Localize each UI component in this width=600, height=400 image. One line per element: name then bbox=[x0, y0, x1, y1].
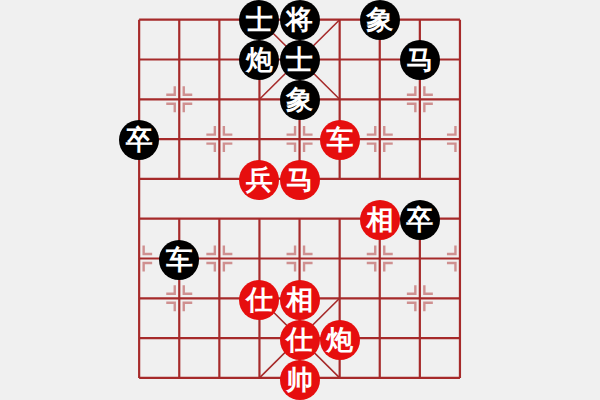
piece-red-general[interactable]: 帅 bbox=[280, 360, 320, 400]
piece-black-soldier[interactable]: 卒 bbox=[400, 200, 440, 240]
piece-red-elephant[interactable]: 相 bbox=[280, 280, 320, 320]
piece-red-chariot[interactable]: 车 bbox=[320, 120, 360, 160]
piece-black-soldier[interactable]: 卒 bbox=[119, 120, 159, 160]
piece-red-advisor[interactable]: 仕 bbox=[280, 320, 320, 360]
piece-black-advisor[interactable]: 士 bbox=[280, 40, 320, 80]
piece-red-advisor[interactable]: 仕 bbox=[239, 280, 279, 320]
piece-black-cannon[interactable]: 炮 bbox=[239, 40, 279, 80]
piece-black-chariot[interactable]: 车 bbox=[159, 240, 199, 280]
piece-black-general[interactable]: 将 bbox=[280, 0, 320, 40]
piece-red-soldier[interactable]: 兵 bbox=[239, 160, 279, 200]
pieces-layer: 士将象炮士马象卒车兵马相卒车仕相仕炮帅 bbox=[119, 0, 480, 398]
piece-black-advisor[interactable]: 士 bbox=[239, 0, 279, 40]
piece-black-horse[interactable]: 马 bbox=[400, 40, 440, 80]
piece-red-elephant[interactable]: 相 bbox=[360, 200, 400, 240]
xiangqi-board: 士将象炮士马象卒车兵马相卒车仕相仕炮帅 bbox=[0, 0, 600, 400]
piece-red-horse[interactable]: 马 bbox=[280, 160, 320, 200]
piece-black-elephant[interactable]: 象 bbox=[280, 80, 320, 120]
piece-red-cannon[interactable]: 炮 bbox=[320, 320, 360, 360]
piece-black-elephant[interactable]: 象 bbox=[360, 0, 400, 40]
